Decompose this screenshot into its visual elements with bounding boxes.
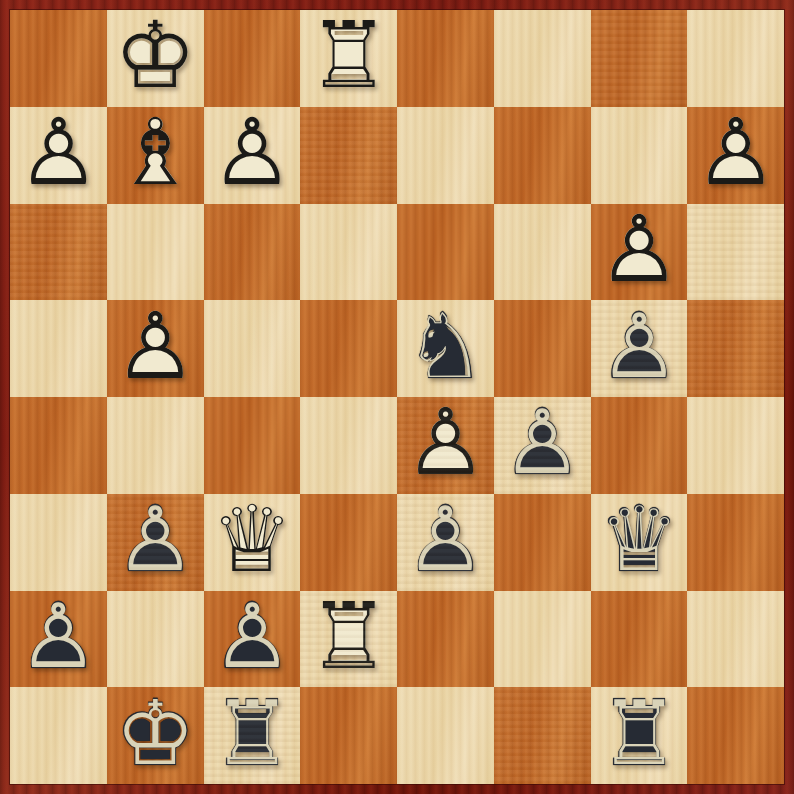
square-g6[interactable]: ♟♙ <box>591 204 688 301</box>
white-pawn-detail-lines: ♙ <box>10 107 107 199</box>
black-rook-detail-lines: ♖ <box>592 689 685 778</box>
black-pawn-glyph: ♟ <box>107 494 204 586</box>
white-rook[interactable]: ♜♖ <box>300 591 397 688</box>
white-king[interactable]: ♚♔ <box>107 10 204 107</box>
white-pawn-detail-lines: ♙ <box>204 107 301 199</box>
square-b7[interactable]: ♝♗ <box>107 107 204 204</box>
square-b4[interactable] <box>107 397 204 494</box>
square-b6[interactable] <box>107 204 204 301</box>
black-pawn-detail-lines: ♙ <box>205 593 298 682</box>
square-b2[interactable] <box>107 591 204 688</box>
square-h7[interactable]: ♟♙ <box>687 107 784 204</box>
square-a6[interactable] <box>10 204 107 301</box>
white-rook[interactable]: ♜♖ <box>300 10 397 107</box>
square-c4[interactable] <box>204 397 301 494</box>
square-e2[interactable] <box>397 591 494 688</box>
square-h1[interactable] <box>687 687 784 784</box>
square-g2[interactable] <box>591 591 688 688</box>
black-pawn[interactable]: ♟♙ <box>204 591 301 688</box>
black-pawn[interactable]: ♟♙ <box>107 494 204 591</box>
white-king-detail-lines: ♔ <box>107 11 204 103</box>
square-f2[interactable] <box>494 591 591 688</box>
square-c3[interactable]: ♛♕ <box>204 494 301 591</box>
white-pawn-detail-lines: ♙ <box>591 204 688 296</box>
square-b8[interactable]: ♚♔ <box>107 10 204 107</box>
square-g3[interactable]: ♛♕ <box>591 494 688 591</box>
square-g1[interactable]: ♜♖ <box>591 687 688 784</box>
chessboard: ♚♔♜♖♟♙♝♗♟♙♟♙♟♙♟♙♞♘♟♙♟♙♟♙♟♙♛♕♟♙♛♕♟♙♟♙♜♖♚♔… <box>10 10 784 784</box>
square-a4[interactable] <box>10 397 107 494</box>
black-rook[interactable]: ♜♖ <box>204 687 301 784</box>
white-pawn[interactable]: ♟♙ <box>687 107 784 204</box>
black-pawn[interactable]: ♟♙ <box>591 300 688 397</box>
white-pawn-detail-lines: ♙ <box>107 301 204 393</box>
black-rook-glyph: ♜ <box>204 688 301 780</box>
black-pawn-detail-lines: ♙ <box>108 496 201 585</box>
square-d6[interactable] <box>300 204 397 301</box>
white-pawn[interactable]: ♟♙ <box>204 107 301 204</box>
square-f4[interactable]: ♟♙ <box>494 397 591 494</box>
square-e7[interactable] <box>397 107 494 204</box>
black-queen-detail-lines: ♕ <box>592 496 685 585</box>
white-pawn-detail-lines: ♙ <box>397 398 494 490</box>
white-rook-detail-lines: ♖ <box>300 11 397 103</box>
square-a5[interactable] <box>10 300 107 397</box>
square-c7[interactable]: ♟♙ <box>204 107 301 204</box>
square-e8[interactable] <box>397 10 494 107</box>
white-queen-detail-lines: ♕ <box>204 494 301 586</box>
square-b1[interactable]: ♚♔ <box>107 687 204 784</box>
square-d3[interactable] <box>300 494 397 591</box>
square-e6[interactable] <box>397 204 494 301</box>
square-c1[interactable]: ♜♖ <box>204 687 301 784</box>
square-h8[interactable] <box>687 10 784 107</box>
white-pawn[interactable]: ♟♙ <box>10 107 107 204</box>
square-f7[interactable] <box>494 107 591 204</box>
white-pawn[interactable]: ♟♙ <box>397 397 494 494</box>
square-h4[interactable] <box>687 397 784 494</box>
square-c5[interactable] <box>204 300 301 397</box>
square-f6[interactable] <box>494 204 591 301</box>
chessboard-frame: ♚♔♜♖♟♙♝♗♟♙♟♙♟♙♟♙♞♘♟♙♟♙♟♙♟♙♛♕♟♙♛♕♟♙♟♙♜♖♚♔… <box>0 0 794 794</box>
black-knight[interactable]: ♞♘ <box>397 300 494 397</box>
black-pawn-glyph: ♟ <box>494 398 591 490</box>
square-e5[interactable]: ♞♘ <box>397 300 494 397</box>
square-e3[interactable]: ♟♙ <box>397 494 494 591</box>
white-bishop[interactable]: ♝♗ <box>107 107 204 204</box>
black-pawn-glyph: ♟ <box>591 301 688 393</box>
black-pawn-detail-lines: ♙ <box>592 302 685 391</box>
square-e1[interactable] <box>397 687 494 784</box>
square-a8[interactable] <box>10 10 107 107</box>
white-pawn-glyph: ♟ <box>397 398 494 490</box>
white-pawn[interactable]: ♟♙ <box>107 300 204 397</box>
square-f3[interactable] <box>494 494 591 591</box>
black-pawn-detail-lines: ♙ <box>12 593 105 682</box>
black-pawn[interactable]: ♟♙ <box>10 591 107 688</box>
black-knight-detail-lines: ♘ <box>399 302 492 391</box>
black-rook-detail-lines: ♖ <box>205 689 298 778</box>
square-g5[interactable]: ♟♙ <box>591 300 688 397</box>
square-b5[interactable]: ♟♙ <box>107 300 204 397</box>
square-d5[interactable] <box>300 300 397 397</box>
white-bishop-detail-lines: ♗ <box>107 107 204 199</box>
square-g4[interactable] <box>591 397 688 494</box>
black-pawn[interactable]: ♟♙ <box>397 494 494 591</box>
square-h6[interactable] <box>687 204 784 301</box>
white-rook-glyph: ♜ <box>300 591 397 683</box>
black-rook[interactable]: ♜♖ <box>591 687 688 784</box>
square-b3[interactable]: ♟♙ <box>107 494 204 591</box>
square-e4[interactable]: ♟♙ <box>397 397 494 494</box>
square-d8[interactable]: ♜♖ <box>300 10 397 107</box>
black-pawn-glyph: ♟ <box>397 494 494 586</box>
white-pawn-detail-lines: ♙ <box>687 107 784 199</box>
white-rook-detail-lines: ♖ <box>300 591 397 683</box>
black-pawn[interactable]: ♟♙ <box>494 397 591 494</box>
square-d1[interactable] <box>300 687 397 784</box>
square-h3[interactable] <box>687 494 784 591</box>
white-queen[interactable]: ♛♕ <box>204 494 301 591</box>
square-f5[interactable] <box>494 300 591 397</box>
white-pawn[interactable]: ♟♙ <box>591 204 688 301</box>
square-f8[interactable] <box>494 10 591 107</box>
square-a3[interactable] <box>10 494 107 591</box>
black-pawn-detail-lines: ♙ <box>399 496 492 585</box>
black-king-detail-lines: ♔ <box>108 689 201 778</box>
black-queen[interactable]: ♛♕ <box>591 494 688 591</box>
square-c8[interactable] <box>204 10 301 107</box>
square-g7[interactable] <box>591 107 688 204</box>
square-a1[interactable] <box>10 687 107 784</box>
square-g8[interactable] <box>591 10 688 107</box>
square-a7[interactable]: ♟♙ <box>10 107 107 204</box>
square-h2[interactable] <box>687 591 784 688</box>
square-f1[interactable] <box>494 687 591 784</box>
square-c6[interactable] <box>204 204 301 301</box>
square-d4[interactable] <box>300 397 397 494</box>
black-pawn-detail-lines: ♙ <box>495 399 588 488</box>
black-king[interactable]: ♚♔ <box>107 687 204 784</box>
square-h5[interactable] <box>687 300 784 397</box>
square-d2[interactable]: ♜♖ <box>300 591 397 688</box>
square-c2[interactable]: ♟♙ <box>204 591 301 688</box>
square-a2[interactable]: ♟♙ <box>10 591 107 688</box>
square-d7[interactable] <box>300 107 397 204</box>
